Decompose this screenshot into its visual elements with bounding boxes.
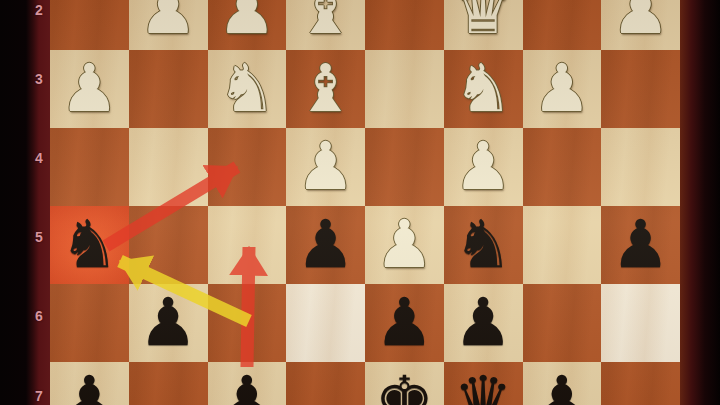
- rank-label-5: 5: [30, 229, 48, 245]
- white-pawn: ♟: [286, 128, 365, 206]
- square-h2[interactable]: [50, 0, 129, 50]
- rank-label-7: 7: [30, 388, 48, 404]
- rank-label-2: 2: [30, 2, 48, 18]
- white-knight: ♞: [208, 50, 287, 128]
- black-queen: ♛: [444, 362, 523, 405]
- square-c7[interactable]: ♛: [444, 362, 523, 405]
- square-c2[interactable]: ♛: [444, 0, 523, 50]
- square-b2[interactable]: [523, 0, 602, 50]
- square-a6[interactable]: [601, 284, 680, 362]
- square-b7[interactable]: ♟: [523, 362, 602, 405]
- square-c5[interactable]: ♞: [444, 206, 523, 284]
- video-frame: ♟♟♝♛♟♟♞♝♞♟♟♟♞♟♟♞♟♟♟♟♟♟♚♛♟ 234567: [0, 0, 720, 405]
- black-pawn: ♟: [208, 362, 287, 405]
- black-pawn: ♟: [444, 284, 523, 362]
- board-left-border: [0, 0, 50, 405]
- black-pawn: ♟: [601, 206, 680, 284]
- square-g2[interactable]: ♟: [129, 0, 208, 50]
- square-g3[interactable]: [129, 50, 208, 128]
- black-pawn: ♟: [286, 206, 365, 284]
- rank-label-3: 3: [30, 71, 48, 87]
- black-pawn: ♟: [50, 362, 129, 405]
- black-knight: ♞: [444, 206, 523, 284]
- black-pawn: ♟: [129, 284, 208, 362]
- board-right-border: [680, 0, 720, 405]
- square-f3[interactable]: ♞: [208, 50, 287, 128]
- square-g5[interactable]: [129, 206, 208, 284]
- square-b4[interactable]: [523, 128, 602, 206]
- square-h6[interactable]: [50, 284, 129, 362]
- square-f2[interactable]: ♟: [208, 0, 287, 50]
- black-pawn: ♟: [523, 362, 602, 405]
- white-pawn: ♟: [523, 50, 602, 128]
- white-queen: ♛: [444, 0, 523, 50]
- square-d6[interactable]: ♟: [365, 284, 444, 362]
- square-a2[interactable]: ♟: [601, 0, 680, 50]
- square-f7[interactable]: ♟: [208, 362, 287, 405]
- square-g4[interactable]: [129, 128, 208, 206]
- square-a7[interactable]: [601, 362, 680, 405]
- square-e2[interactable]: ♝: [286, 0, 365, 50]
- square-h7[interactable]: ♟: [50, 362, 129, 405]
- square-h3[interactable]: ♟: [50, 50, 129, 128]
- square-a4[interactable]: [601, 128, 680, 206]
- chess-board: ♟♟♝♛♟♟♞♝♞♟♟♟♞♟♟♞♟♟♟♟♟♟♚♛♟: [50, 0, 680, 405]
- square-g7[interactable]: [129, 362, 208, 405]
- white-bishop: ♝: [286, 50, 365, 128]
- square-b5[interactable]: [523, 206, 602, 284]
- rank-label-6: 6: [30, 308, 48, 324]
- white-pawn: ♟: [129, 0, 208, 50]
- square-e6[interactable]: [286, 284, 365, 362]
- square-h5[interactable]: ♞: [50, 206, 129, 284]
- black-knight: ♞: [50, 206, 129, 284]
- white-pawn: ♟: [365, 206, 444, 284]
- square-c6[interactable]: ♟: [444, 284, 523, 362]
- square-d7[interactable]: ♚: [365, 362, 444, 405]
- black-king: ♚: [365, 362, 444, 405]
- square-e5[interactable]: ♟: [286, 206, 365, 284]
- square-e3[interactable]: ♝: [286, 50, 365, 128]
- square-b3[interactable]: ♟: [523, 50, 602, 128]
- white-pawn: ♟: [50, 50, 129, 128]
- white-bishop: ♝: [286, 0, 365, 50]
- white-knight: ♞: [444, 50, 523, 128]
- square-g6[interactable]: ♟: [129, 284, 208, 362]
- white-pawn: ♟: [601, 0, 680, 50]
- square-e4[interactable]: ♟: [286, 128, 365, 206]
- square-d5[interactable]: ♟: [365, 206, 444, 284]
- square-b6[interactable]: [523, 284, 602, 362]
- square-h4[interactable]: [50, 128, 129, 206]
- white-pawn: ♟: [444, 128, 523, 206]
- square-f4[interactable]: [208, 128, 287, 206]
- square-d3[interactable]: [365, 50, 444, 128]
- square-c4[interactable]: ♟: [444, 128, 523, 206]
- square-e7[interactable]: [286, 362, 365, 405]
- square-f6[interactable]: [208, 284, 287, 362]
- white-pawn: ♟: [208, 0, 287, 50]
- square-c3[interactable]: ♞: [444, 50, 523, 128]
- rank-label-4: 4: [30, 150, 48, 166]
- square-d2[interactable]: [365, 0, 444, 50]
- square-a3[interactable]: [601, 50, 680, 128]
- square-f5[interactable]: [208, 206, 287, 284]
- square-d4[interactable]: [365, 128, 444, 206]
- square-a5[interactable]: ♟: [601, 206, 680, 284]
- black-pawn: ♟: [365, 284, 444, 362]
